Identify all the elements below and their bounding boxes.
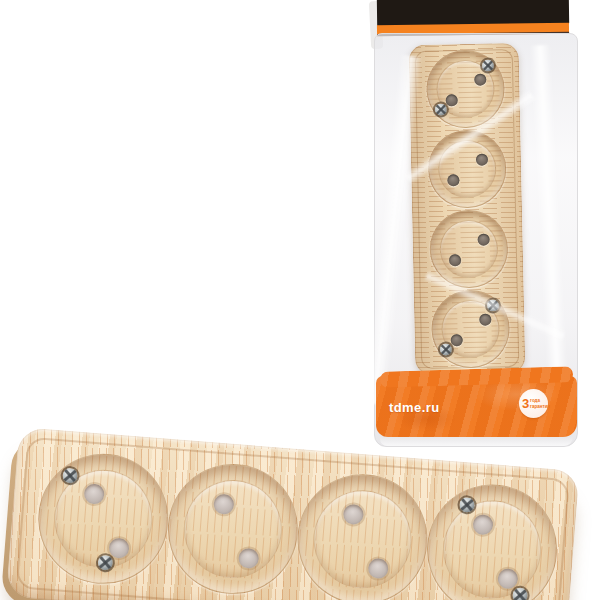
screw-head <box>512 587 528 600</box>
retail-package: tdme.ru 3 года гарантии <box>0 0 600 460</box>
product-photo: tdme.ru 3 года гарантии <box>0 0 600 600</box>
screw-head <box>487 299 499 311</box>
screw-head <box>435 103 447 115</box>
packaged-socket-unit <box>409 43 526 375</box>
socket-plate <box>439 219 498 278</box>
screw-head <box>440 343 452 355</box>
screw-head <box>482 59 494 71</box>
socket-plate <box>439 497 544 600</box>
warranty-caption: года гарантии <box>530 398 545 408</box>
socket-plate <box>310 487 415 592</box>
warranty-years: 3 <box>522 397 529 410</box>
socket-plate <box>438 139 497 198</box>
bag-bottom-edge <box>380 437 573 446</box>
screw-head <box>97 555 113 571</box>
package-orange-band: tdme.ru 3 года гарантии <box>376 376 577 437</box>
warranty-badge: 3 года гарантии <box>519 389 548 418</box>
brand-text: tdme.ru <box>389 400 439 415</box>
socket-plate <box>180 476 285 581</box>
